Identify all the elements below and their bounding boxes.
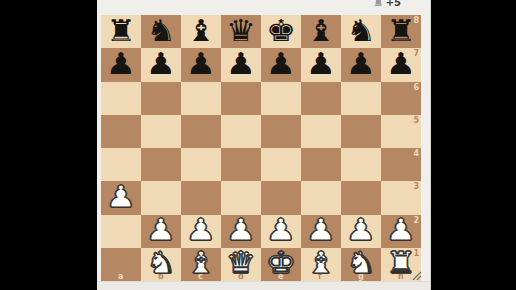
piece-white-pawn[interactable]: ♟ bbox=[179, 214, 224, 247]
piece-black-pawn[interactable]: ♟ bbox=[179, 47, 224, 80]
square-a2[interactable] bbox=[101, 215, 141, 248]
square-f2[interactable]: ♟ bbox=[301, 215, 341, 248]
square-b3[interactable] bbox=[141, 181, 181, 214]
piece-white-pawn[interactable]: ♟ bbox=[259, 214, 304, 247]
square-c3[interactable] bbox=[181, 181, 221, 214]
square-a8[interactable]: ♜ bbox=[101, 15, 141, 48]
square-e2[interactable]: ♟ bbox=[261, 215, 301, 248]
piece-black-pawn[interactable]: ♟ bbox=[339, 47, 384, 80]
piece-white-pawn[interactable]: ♟ bbox=[219, 214, 264, 247]
piece-black-pawn[interactable]: ♟ bbox=[379, 47, 424, 80]
square-d5[interactable] bbox=[221, 115, 261, 148]
piece-black-knight[interactable]: ♞ bbox=[139, 14, 184, 47]
square-f3[interactable] bbox=[301, 181, 341, 214]
square-a6[interactable] bbox=[101, 82, 141, 115]
square-b7[interactable]: ♟ bbox=[141, 48, 181, 81]
piece-white-pawn[interactable]: ♟ bbox=[379, 214, 424, 247]
piece-black-pawn[interactable]: ♟ bbox=[99, 47, 144, 80]
piece-white-pawn[interactable]: ♟ bbox=[339, 214, 384, 247]
piece-black-bishop[interactable]: ♝ bbox=[179, 14, 224, 47]
piece-black-bishop[interactable]: ♝ bbox=[299, 14, 344, 47]
square-f5[interactable] bbox=[301, 115, 341, 148]
square-c6[interactable] bbox=[181, 82, 221, 115]
square-g6[interactable] bbox=[341, 82, 381, 115]
square-b5[interactable] bbox=[141, 115, 181, 148]
square-e8[interactable]: ♚ bbox=[261, 15, 301, 48]
square-c5[interactable] bbox=[181, 115, 221, 148]
piece-black-pawn[interactable]: ♟ bbox=[139, 47, 184, 80]
square-g5[interactable] bbox=[341, 115, 381, 148]
square-h4[interactable]: 4 bbox=[381, 148, 421, 181]
square-d1[interactable]: ♛d bbox=[221, 248, 261, 281]
piece-black-queen[interactable]: ♛ bbox=[219, 14, 264, 47]
piece-black-rook[interactable]: ♜ bbox=[379, 14, 424, 47]
coord-rank-5: 5 bbox=[413, 116, 419, 125]
square-c7[interactable]: ♟ bbox=[181, 48, 221, 81]
letterbox-left bbox=[0, 0, 97, 290]
material-advantage-indicator: ♜ +5 bbox=[373, 0, 401, 9]
square-g3[interactable] bbox=[341, 181, 381, 214]
piece-white-queen[interactable]: ♛ bbox=[219, 247, 264, 280]
square-g7[interactable]: ♟ bbox=[341, 48, 381, 81]
square-c1[interactable]: ♝c bbox=[181, 248, 221, 281]
square-b8[interactable]: ♞ bbox=[141, 15, 181, 48]
square-f1[interactable]: ♝f bbox=[301, 248, 341, 281]
piece-black-pawn[interactable]: ♟ bbox=[299, 47, 344, 80]
piece-white-knight[interactable]: ♞ bbox=[339, 247, 384, 280]
piece-black-rook[interactable]: ♜ bbox=[99, 14, 144, 47]
square-c8[interactable]: ♝ bbox=[181, 15, 221, 48]
square-a1[interactable]: a bbox=[101, 248, 141, 281]
square-g2[interactable]: ♟ bbox=[341, 215, 381, 248]
coord-rank-4: 4 bbox=[413, 149, 419, 158]
square-f7[interactable]: ♟ bbox=[301, 48, 341, 81]
square-g1[interactable]: ♞g bbox=[341, 248, 381, 281]
square-d7[interactable]: ♟ bbox=[221, 48, 261, 81]
square-h2[interactable]: ♟2 bbox=[381, 215, 421, 248]
chess-board[interactable]: ♜♞♝♛♚♝♞♜8♟♟♟♟♟♟♟♟7654♟3♟♟♟♟♟♟♟2a♞b♝c♛d♚e… bbox=[101, 15, 421, 281]
square-a5[interactable] bbox=[101, 115, 141, 148]
square-d2[interactable]: ♟ bbox=[221, 215, 261, 248]
square-a4[interactable] bbox=[101, 148, 141, 181]
square-b1[interactable]: ♞b bbox=[141, 248, 181, 281]
square-d4[interactable] bbox=[221, 148, 261, 181]
captured-rook-icon: ♜ bbox=[373, 0, 384, 8]
piece-white-bishop[interactable]: ♝ bbox=[299, 247, 344, 280]
piece-black-king[interactable]: ♚ bbox=[259, 14, 304, 47]
piece-white-king[interactable]: ♚ bbox=[259, 247, 304, 280]
square-d8[interactable]: ♛ bbox=[221, 15, 261, 48]
square-c4[interactable] bbox=[181, 148, 221, 181]
piece-black-knight[interactable]: ♞ bbox=[339, 14, 384, 47]
piece-white-knight[interactable]: ♞ bbox=[139, 247, 184, 280]
board-resize-handle[interactable] bbox=[410, 269, 421, 280]
square-d3[interactable] bbox=[221, 181, 261, 214]
square-e5[interactable] bbox=[261, 115, 301, 148]
coord-rank-6: 6 bbox=[413, 83, 419, 92]
square-b6[interactable] bbox=[141, 82, 181, 115]
piece-white-pawn[interactable]: ♟ bbox=[299, 214, 344, 247]
square-e1[interactable]: ♚e bbox=[261, 248, 301, 281]
square-h6[interactable]: 6 bbox=[381, 82, 421, 115]
square-a3[interactable]: ♟ bbox=[101, 181, 141, 214]
piece-black-pawn[interactable]: ♟ bbox=[259, 47, 304, 80]
square-b2[interactable]: ♟ bbox=[141, 215, 181, 248]
square-f8[interactable]: ♝ bbox=[301, 15, 341, 48]
bottom-strip bbox=[97, 281, 430, 290]
square-c2[interactable]: ♟ bbox=[181, 215, 221, 248]
letterbox-right bbox=[431, 0, 516, 290]
square-g4[interactable] bbox=[341, 148, 381, 181]
piece-white-pawn[interactable]: ♟ bbox=[139, 214, 184, 247]
square-d6[interactable] bbox=[221, 82, 261, 115]
square-h5[interactable]: 5 bbox=[381, 115, 421, 148]
square-e4[interactable] bbox=[261, 148, 301, 181]
square-f4[interactable] bbox=[301, 148, 341, 181]
chess-app-panel: ♜ +5 ♜♞♝♛♚♝♞♜8♟♟♟♟♟♟♟♟7654♟3♟♟♟♟♟♟♟2a♞b♝… bbox=[97, 0, 431, 290]
coord-rank-3: 3 bbox=[413, 182, 419, 191]
square-e3[interactable] bbox=[261, 181, 301, 214]
material-advantage-value: +5 bbox=[386, 0, 401, 8]
square-a7[interactable]: ♟ bbox=[101, 48, 141, 81]
piece-white-bishop[interactable]: ♝ bbox=[179, 247, 224, 280]
piece-black-pawn[interactable]: ♟ bbox=[219, 47, 264, 80]
coord-file-a: a bbox=[118, 272, 123, 281]
square-e6[interactable] bbox=[261, 82, 301, 115]
square-f6[interactable] bbox=[301, 82, 341, 115]
square-h3[interactable]: 3 bbox=[381, 181, 421, 214]
square-g8[interactable]: ♞ bbox=[341, 15, 381, 48]
square-h7[interactable]: ♟7 bbox=[381, 48, 421, 81]
square-b4[interactable] bbox=[141, 148, 181, 181]
square-e7[interactable]: ♟ bbox=[261, 48, 301, 81]
piece-white-pawn[interactable]: ♟ bbox=[99, 180, 144, 213]
square-h8[interactable]: ♜8 bbox=[381, 15, 421, 48]
